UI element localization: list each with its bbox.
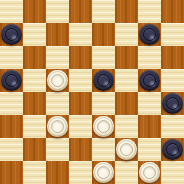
black-man[interactable] bbox=[162, 93, 183, 114]
square-c3[interactable] bbox=[46, 115, 69, 138]
square-a5[interactable] bbox=[0, 69, 23, 92]
square-f8[interactable] bbox=[115, 0, 138, 23]
square-f3 bbox=[115, 115, 138, 138]
square-b5 bbox=[23, 69, 46, 92]
square-e7[interactable] bbox=[92, 23, 115, 46]
square-d2[interactable] bbox=[69, 138, 92, 161]
square-c6 bbox=[46, 46, 69, 69]
square-h4[interactable] bbox=[161, 92, 184, 115]
square-a4 bbox=[0, 92, 23, 115]
white-man[interactable] bbox=[116, 139, 137, 160]
square-d6[interactable] bbox=[69, 46, 92, 69]
square-c2 bbox=[46, 138, 69, 161]
black-man[interactable] bbox=[1, 24, 22, 45]
square-h7 bbox=[161, 23, 184, 46]
square-a2 bbox=[0, 138, 23, 161]
square-b4[interactable] bbox=[23, 92, 46, 115]
square-d4[interactable] bbox=[69, 92, 92, 115]
black-man[interactable] bbox=[1, 70, 22, 91]
square-g1[interactable] bbox=[138, 161, 161, 184]
square-a1[interactable] bbox=[0, 161, 23, 184]
square-c1[interactable] bbox=[46, 161, 69, 184]
square-g6 bbox=[138, 46, 161, 69]
square-e8 bbox=[92, 0, 115, 23]
square-h8[interactable] bbox=[161, 0, 184, 23]
square-c7[interactable] bbox=[46, 23, 69, 46]
square-h6[interactable] bbox=[161, 46, 184, 69]
square-e2 bbox=[92, 138, 115, 161]
square-f7 bbox=[115, 23, 138, 46]
square-g3[interactable] bbox=[138, 115, 161, 138]
square-c5[interactable] bbox=[46, 69, 69, 92]
square-h1 bbox=[161, 161, 184, 184]
black-man[interactable] bbox=[139, 24, 160, 45]
white-man[interactable] bbox=[93, 116, 114, 137]
square-e1[interactable] bbox=[92, 161, 115, 184]
square-e5[interactable] bbox=[92, 69, 115, 92]
square-d1 bbox=[69, 161, 92, 184]
square-h2[interactable] bbox=[161, 138, 184, 161]
square-c8 bbox=[46, 0, 69, 23]
square-b7 bbox=[23, 23, 46, 46]
square-f1 bbox=[115, 161, 138, 184]
square-f5 bbox=[115, 69, 138, 92]
square-d3 bbox=[69, 115, 92, 138]
square-d5 bbox=[69, 69, 92, 92]
square-b2[interactable] bbox=[23, 138, 46, 161]
square-g8 bbox=[138, 0, 161, 23]
square-b3 bbox=[23, 115, 46, 138]
black-man[interactable] bbox=[162, 139, 183, 160]
black-man[interactable] bbox=[93, 70, 114, 91]
square-d7 bbox=[69, 23, 92, 46]
square-e3[interactable] bbox=[92, 115, 115, 138]
square-f4[interactable] bbox=[115, 92, 138, 115]
square-c4 bbox=[46, 92, 69, 115]
square-a7[interactable] bbox=[0, 23, 23, 46]
square-b1 bbox=[23, 161, 46, 184]
square-g5[interactable] bbox=[138, 69, 161, 92]
white-man[interactable] bbox=[93, 162, 114, 183]
square-f6[interactable] bbox=[115, 46, 138, 69]
square-f2[interactable] bbox=[115, 138, 138, 161]
square-a8 bbox=[0, 0, 23, 23]
square-a6 bbox=[0, 46, 23, 69]
square-e6 bbox=[92, 46, 115, 69]
square-d8[interactable] bbox=[69, 0, 92, 23]
square-b6[interactable] bbox=[23, 46, 46, 69]
checkers-board bbox=[0, 0, 184, 184]
square-g4 bbox=[138, 92, 161, 115]
square-a3[interactable] bbox=[0, 115, 23, 138]
white-man[interactable] bbox=[47, 70, 68, 91]
square-g2 bbox=[138, 138, 161, 161]
square-h5 bbox=[161, 69, 184, 92]
white-man[interactable] bbox=[47, 116, 68, 137]
black-man[interactable] bbox=[139, 70, 160, 91]
square-b8[interactable] bbox=[23, 0, 46, 23]
square-e4 bbox=[92, 92, 115, 115]
square-h3 bbox=[161, 115, 184, 138]
square-g7[interactable] bbox=[138, 23, 161, 46]
white-man[interactable] bbox=[139, 162, 160, 183]
